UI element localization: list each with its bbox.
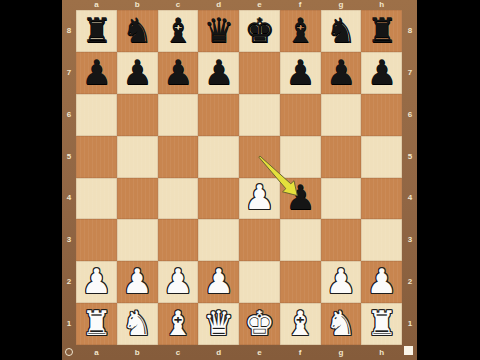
rank-label-5: 5 [62,136,76,178]
black-pawn: ♟ [285,180,315,214]
white-bishop: ♝ [163,306,193,340]
black-rook: ♜ [81,13,111,47]
black-pawn: ♟ [203,55,233,89]
square-c8: ♝ [158,10,199,52]
square-g8: ♞ [321,10,362,52]
square-icon [404,346,413,355]
square-e6 [239,94,280,136]
square-e8: ♚ [239,10,280,52]
white-pawn: ♟ [163,264,193,298]
square-g7: ♟ [321,52,362,94]
square-h1: ♜ [361,303,402,345]
white-knight: ♞ [122,306,152,340]
square-a6 [76,94,117,136]
file-label-g: g [321,0,362,10]
file-label-b: b [117,0,158,10]
rank-label-4: 4 [62,178,76,220]
white-pawn: ♟ [81,264,111,298]
file-labels-bottom: abcdefgh [76,345,402,360]
square-f4: ♟ [280,178,321,220]
file-label-b: b [117,349,158,357]
white-king: ♚ [244,306,274,340]
black-pawn: ♟ [81,55,111,89]
square-d6 [198,94,239,136]
square-c3 [158,219,199,261]
square-h3 [361,219,402,261]
square-b2: ♟ [117,261,158,303]
square-h7: ♟ [361,52,402,94]
rank-label-8: 8 [403,10,417,52]
white-pawn: ♟ [122,264,152,298]
white-pawn: ♟ [203,264,233,298]
black-pawn: ♟ [366,55,396,89]
file-label-h: h [361,0,402,10]
square-f6 [280,94,321,136]
square-f8: ♝ [280,10,321,52]
square-g4 [321,178,362,220]
file-label-a: a [76,349,117,357]
square-a3 [76,219,117,261]
square-c6 [158,94,199,136]
circle-icon [65,348,73,356]
square-c5 [158,136,199,178]
file-label-e: e [239,349,280,357]
square-h2: ♟ [361,261,402,303]
file-label-e: e [239,0,280,10]
rank-label-8: 8 [62,10,76,52]
white-pawn: ♟ [244,180,274,214]
square-h4 [361,178,402,220]
file-label-d: d [198,349,239,357]
rank-label-7: 7 [403,52,417,94]
white-pawn: ♟ [366,264,396,298]
file-label-c: c [158,0,199,10]
rank-label-3: 3 [62,219,76,261]
file-label-d: d [198,0,239,10]
rank-label-3: 3 [403,219,417,261]
square-c4 [158,178,199,220]
file-label-f: f [280,0,321,10]
rank-label-7: 7 [62,52,76,94]
file-labels-top: abcdefgh [76,0,402,10]
file-label-g: g [321,349,362,357]
black-knight: ♞ [122,13,152,47]
square-g6 [321,94,362,136]
file-label-a: a [76,0,117,10]
square-b6 [117,94,158,136]
square-f5 [280,136,321,178]
square-a4 [76,178,117,220]
white-pawn: ♟ [326,264,356,298]
chess-board: abcdefgh abcdefgh 87654321 87654321 ♜♞♝♛… [62,0,417,360]
black-pawn: ♟ [326,55,356,89]
white-knight: ♞ [326,306,356,340]
square-d3 [198,219,239,261]
square-d8: ♛ [198,10,239,52]
square-a1: ♜ [76,303,117,345]
square-g2: ♟ [321,261,362,303]
rank-label-2: 2 [403,261,417,303]
file-label-c: c [158,349,199,357]
square-d1: ♛ [198,303,239,345]
square-c7: ♟ [158,52,199,94]
rank-label-2: 2 [62,261,76,303]
file-label-h: h [361,349,402,357]
white-bishop: ♝ [285,306,315,340]
square-b1: ♞ [117,303,158,345]
rank-label-4: 4 [403,178,417,220]
white-queen: ♛ [203,306,233,340]
black-king: ♚ [244,13,274,47]
rank-label-5: 5 [403,136,417,178]
rank-label-6: 6 [403,94,417,136]
square-a2: ♟ [76,261,117,303]
square-b4 [117,178,158,220]
square-b3 [117,219,158,261]
square-c2: ♟ [158,261,199,303]
black-rook: ♜ [366,13,396,47]
black-pawn: ♟ [163,55,193,89]
square-e1: ♚ [239,303,280,345]
square-g3 [321,219,362,261]
black-queen: ♛ [203,13,233,47]
rank-label-6: 6 [62,94,76,136]
white-rook: ♜ [81,306,111,340]
square-d5 [198,136,239,178]
black-knight: ♞ [326,13,356,47]
square-d2: ♟ [198,261,239,303]
square-e3 [239,219,280,261]
square-e5 [239,136,280,178]
square-g5 [321,136,362,178]
square-e7 [239,52,280,94]
black-pawn: ♟ [285,55,315,89]
square-h8: ♜ [361,10,402,52]
square-f7: ♟ [280,52,321,94]
square-f3 [280,219,321,261]
square-g1: ♞ [321,303,362,345]
rank-label-1: 1 [403,303,417,345]
square-b5 [117,136,158,178]
black-bishop: ♝ [285,13,315,47]
square-d7: ♟ [198,52,239,94]
square-a8: ♜ [76,10,117,52]
rank-labels-left: 87654321 [62,10,76,345]
square-f2 [280,261,321,303]
square-a5 [76,136,117,178]
square-b8: ♞ [117,10,158,52]
square-e4: ♟ [239,178,280,220]
square-b7: ♟ [117,52,158,94]
square-e2 [239,261,280,303]
rank-label-1: 1 [62,303,76,345]
square-h5 [361,136,402,178]
square-c1: ♝ [158,303,199,345]
video-frame: abcdefgh abcdefgh 87654321 87654321 ♜♞♝♛… [0,0,480,360]
black-pawn: ♟ [122,55,152,89]
square-d4 [198,178,239,220]
rank-labels-right: 87654321 [403,10,417,345]
square-a7: ♟ [76,52,117,94]
black-bishop: ♝ [163,13,193,47]
board-grid: ♜♞♝♛♚♝♞♜♟♟♟♟♟♟♟♟♟♟♟♟♟♟♟♜♞♝♛♚♝♞♜ [76,10,402,345]
file-label-f: f [280,349,321,357]
square-h6 [361,94,402,136]
white-rook: ♜ [366,306,396,340]
square-f1: ♝ [280,303,321,345]
